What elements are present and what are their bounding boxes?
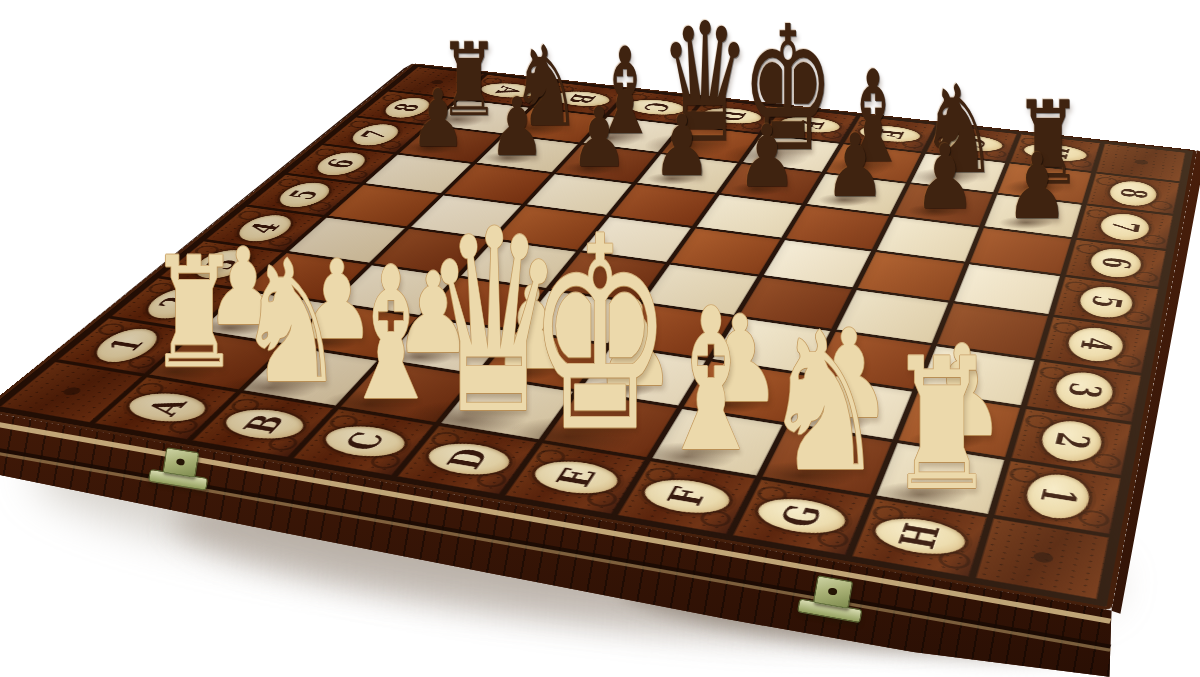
coordinate-label: 6 [1096, 255, 1136, 270]
coordinate-label: 6 [321, 158, 360, 170]
coordinate-medallion: 7 [1098, 211, 1152, 242]
coordinate-label: 3 [1062, 381, 1107, 400]
coordinate-label: 8 [1115, 187, 1152, 200]
coordinate-medallion: 5 [1077, 284, 1136, 321]
coordinate-label: D [441, 447, 496, 472]
coordinate-label: C [638, 101, 674, 112]
coordinate-medallion: 2 [136, 285, 215, 322]
coordinate-medallion: 6 [1088, 246, 1144, 280]
coordinate-label: 5 [1086, 294, 1128, 310]
coordinate-medallion: 8 [1108, 179, 1160, 208]
coordinate-medallion: A [475, 81, 542, 100]
coordinate-label: 2 [1048, 431, 1096, 452]
coordinate-medallion: E [526, 457, 625, 499]
coordinate-medallion: B [215, 405, 313, 443]
coordinate-medallion: G [938, 132, 1005, 154]
coordinate-medallion: 5 [270, 180, 338, 209]
coordinate-label: F [661, 485, 714, 508]
coordinate-label: H [1037, 145, 1074, 159]
coordinate-label: G [774, 502, 828, 530]
coordinate-medallion: G [752, 494, 852, 539]
coordinate-medallion: 6 [308, 150, 373, 177]
coordinate-medallion: H [870, 513, 970, 560]
coordinate-label: 8 [389, 102, 425, 112]
coordinate-medallion: 3 [1052, 369, 1116, 413]
coordinate-medallion: H [1022, 142, 1089, 164]
coordinate-medallion: 1 [84, 326, 168, 366]
coordinate-label: G [954, 136, 990, 149]
coordinate-label: H [893, 521, 948, 552]
coordinate-medallion: D [419, 439, 518, 480]
coordinate-medallion: 4 [1065, 325, 1126, 365]
chess-set-photo: ABCDEFGH8877665544332211ABCDEFGH ♜♞♝♛♚♝♞… [0, 0, 1200, 677]
coordinate-label: B [237, 413, 292, 436]
coordinate-label: 4 [243, 221, 286, 235]
coordinate-medallion: 1 [1022, 471, 1093, 524]
brass-clasp [797, 573, 867, 624]
chess-board: ABCDEFGH8877665544332211ABCDEFGH [0, 63, 1197, 610]
coordinate-medallion: B [548, 89, 615, 108]
coordinate-label: 2 [153, 295, 200, 311]
coordinate-label: F [872, 128, 908, 139]
clasp-plate [813, 575, 853, 609]
coordinate-medallion: 2 [1038, 418, 1106, 466]
coordinate-label: A [140, 397, 193, 418]
coordinate-medallion: C [315, 422, 413, 462]
coordinate-label: 7 [1106, 220, 1144, 234]
coordinate-medallion: 3 [184, 247, 259, 281]
coordinate-medallion: F [856, 123, 923, 144]
coordinate-label: 1 [102, 337, 151, 355]
coordinate-label: B [563, 93, 600, 105]
coordinate-label: A [490, 85, 526, 96]
coordinate-medallion: A [117, 389, 215, 426]
brass-clasp [148, 445, 212, 491]
coordinate-label: 5 [284, 188, 325, 201]
coordinate-medallion: 7 [344, 122, 406, 147]
coordinate-medallion: F [637, 475, 736, 519]
coordinate-medallion: D [699, 106, 766, 126]
coordinate-label: E [549, 466, 602, 490]
coordinate-label: C [338, 430, 392, 453]
coordinate-medallion: 8 [377, 96, 437, 120]
coordinate-medallion: C [622, 97, 689, 117]
clasp-plate [162, 447, 199, 478]
coordinate-label: 7 [356, 129, 394, 140]
coordinate-label: D [714, 110, 751, 122]
coordinate-medallion: 4 [229, 213, 301, 244]
coordinate-label: 3 [200, 257, 245, 272]
coordinate-label: E [792, 119, 828, 131]
coordinate-label: 1 [1033, 485, 1083, 508]
coordinate-label: 4 [1074, 336, 1117, 354]
coordinate-medallion: E [777, 114, 844, 135]
